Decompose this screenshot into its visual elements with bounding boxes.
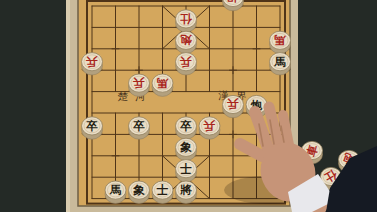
piece-character: 象: [179, 141, 192, 153]
piece-black-soldier[interactable]: 卒: [82, 117, 103, 139]
board-photo-svg: 楚河 漢界 相仕炮馬兵兵兵馬兵兵馬炮卒卒卒象士馬象士將 車炮仕車: [0, 0, 377, 212]
piece-red-cannon[interactable]: 炮: [176, 31, 197, 53]
piece-character: 士: [179, 163, 192, 175]
scene: 楚河 漢界 相仕炮馬兵兵兵馬兵兵馬炮卒卒卒象士馬象士將 車炮仕車: [0, 0, 377, 212]
piece-red-soldier[interactable]: 兵: [199, 117, 220, 139]
piece-red-soldier[interactable]: 兵: [223, 95, 244, 117]
piece-character: 卒: [132, 119, 145, 132]
piece-red-horse[interactable]: 馬: [152, 74, 173, 96]
piece-character: 炮: [180, 34, 193, 46]
piece-character: 相: [227, 0, 240, 3]
piece-black-elephant[interactable]: 象: [129, 181, 150, 203]
piece-character: 兵: [86, 55, 98, 68]
piece-red-advisor[interactable]: 仕: [176, 10, 197, 32]
piece-character: 馬: [273, 56, 286, 68]
piece-character: 兵: [203, 119, 215, 132]
piece-character: 馬: [274, 34, 287, 46]
piece-black-soldier[interactable]: 卒: [129, 117, 150, 139]
piece-character: 卒: [179, 119, 192, 132]
piece-red-soldier[interactable]: 兵: [82, 53, 103, 75]
piece-black-elephant[interactable]: 象: [176, 138, 197, 160]
piece-black-general[interactable]: 將: [176, 181, 197, 203]
piece-character: 馬: [109, 184, 122, 196]
board-frame-highlight: [66, 0, 70, 212]
piece-character: 兵: [133, 76, 145, 89]
piece-character: 兵: [227, 97, 239, 110]
piece-character: 卒: [85, 119, 98, 132]
piece-character: 馬: [156, 77, 169, 89]
piece-character: 兵: [180, 55, 192, 68]
piece-red-horse[interactable]: 馬: [270, 31, 291, 53]
piece-black-horse[interactable]: 馬: [270, 53, 291, 75]
piece-character: 仕: [180, 13, 193, 25]
piece-black-advisor[interactable]: 士: [152, 181, 173, 203]
piece-character: 象: [132, 184, 145, 196]
piece-character: 將: [179, 184, 192, 196]
piece-red-soldier[interactable]: 兵: [129, 74, 150, 96]
piece-character: 士: [156, 184, 169, 196]
piece-black-horse[interactable]: 馬: [105, 181, 126, 203]
piece-black-soldier[interactable]: 卒: [176, 117, 197, 139]
piece-black-advisor[interactable]: 士: [176, 160, 197, 182]
piece-red-soldier[interactable]: 兵: [176, 53, 197, 75]
